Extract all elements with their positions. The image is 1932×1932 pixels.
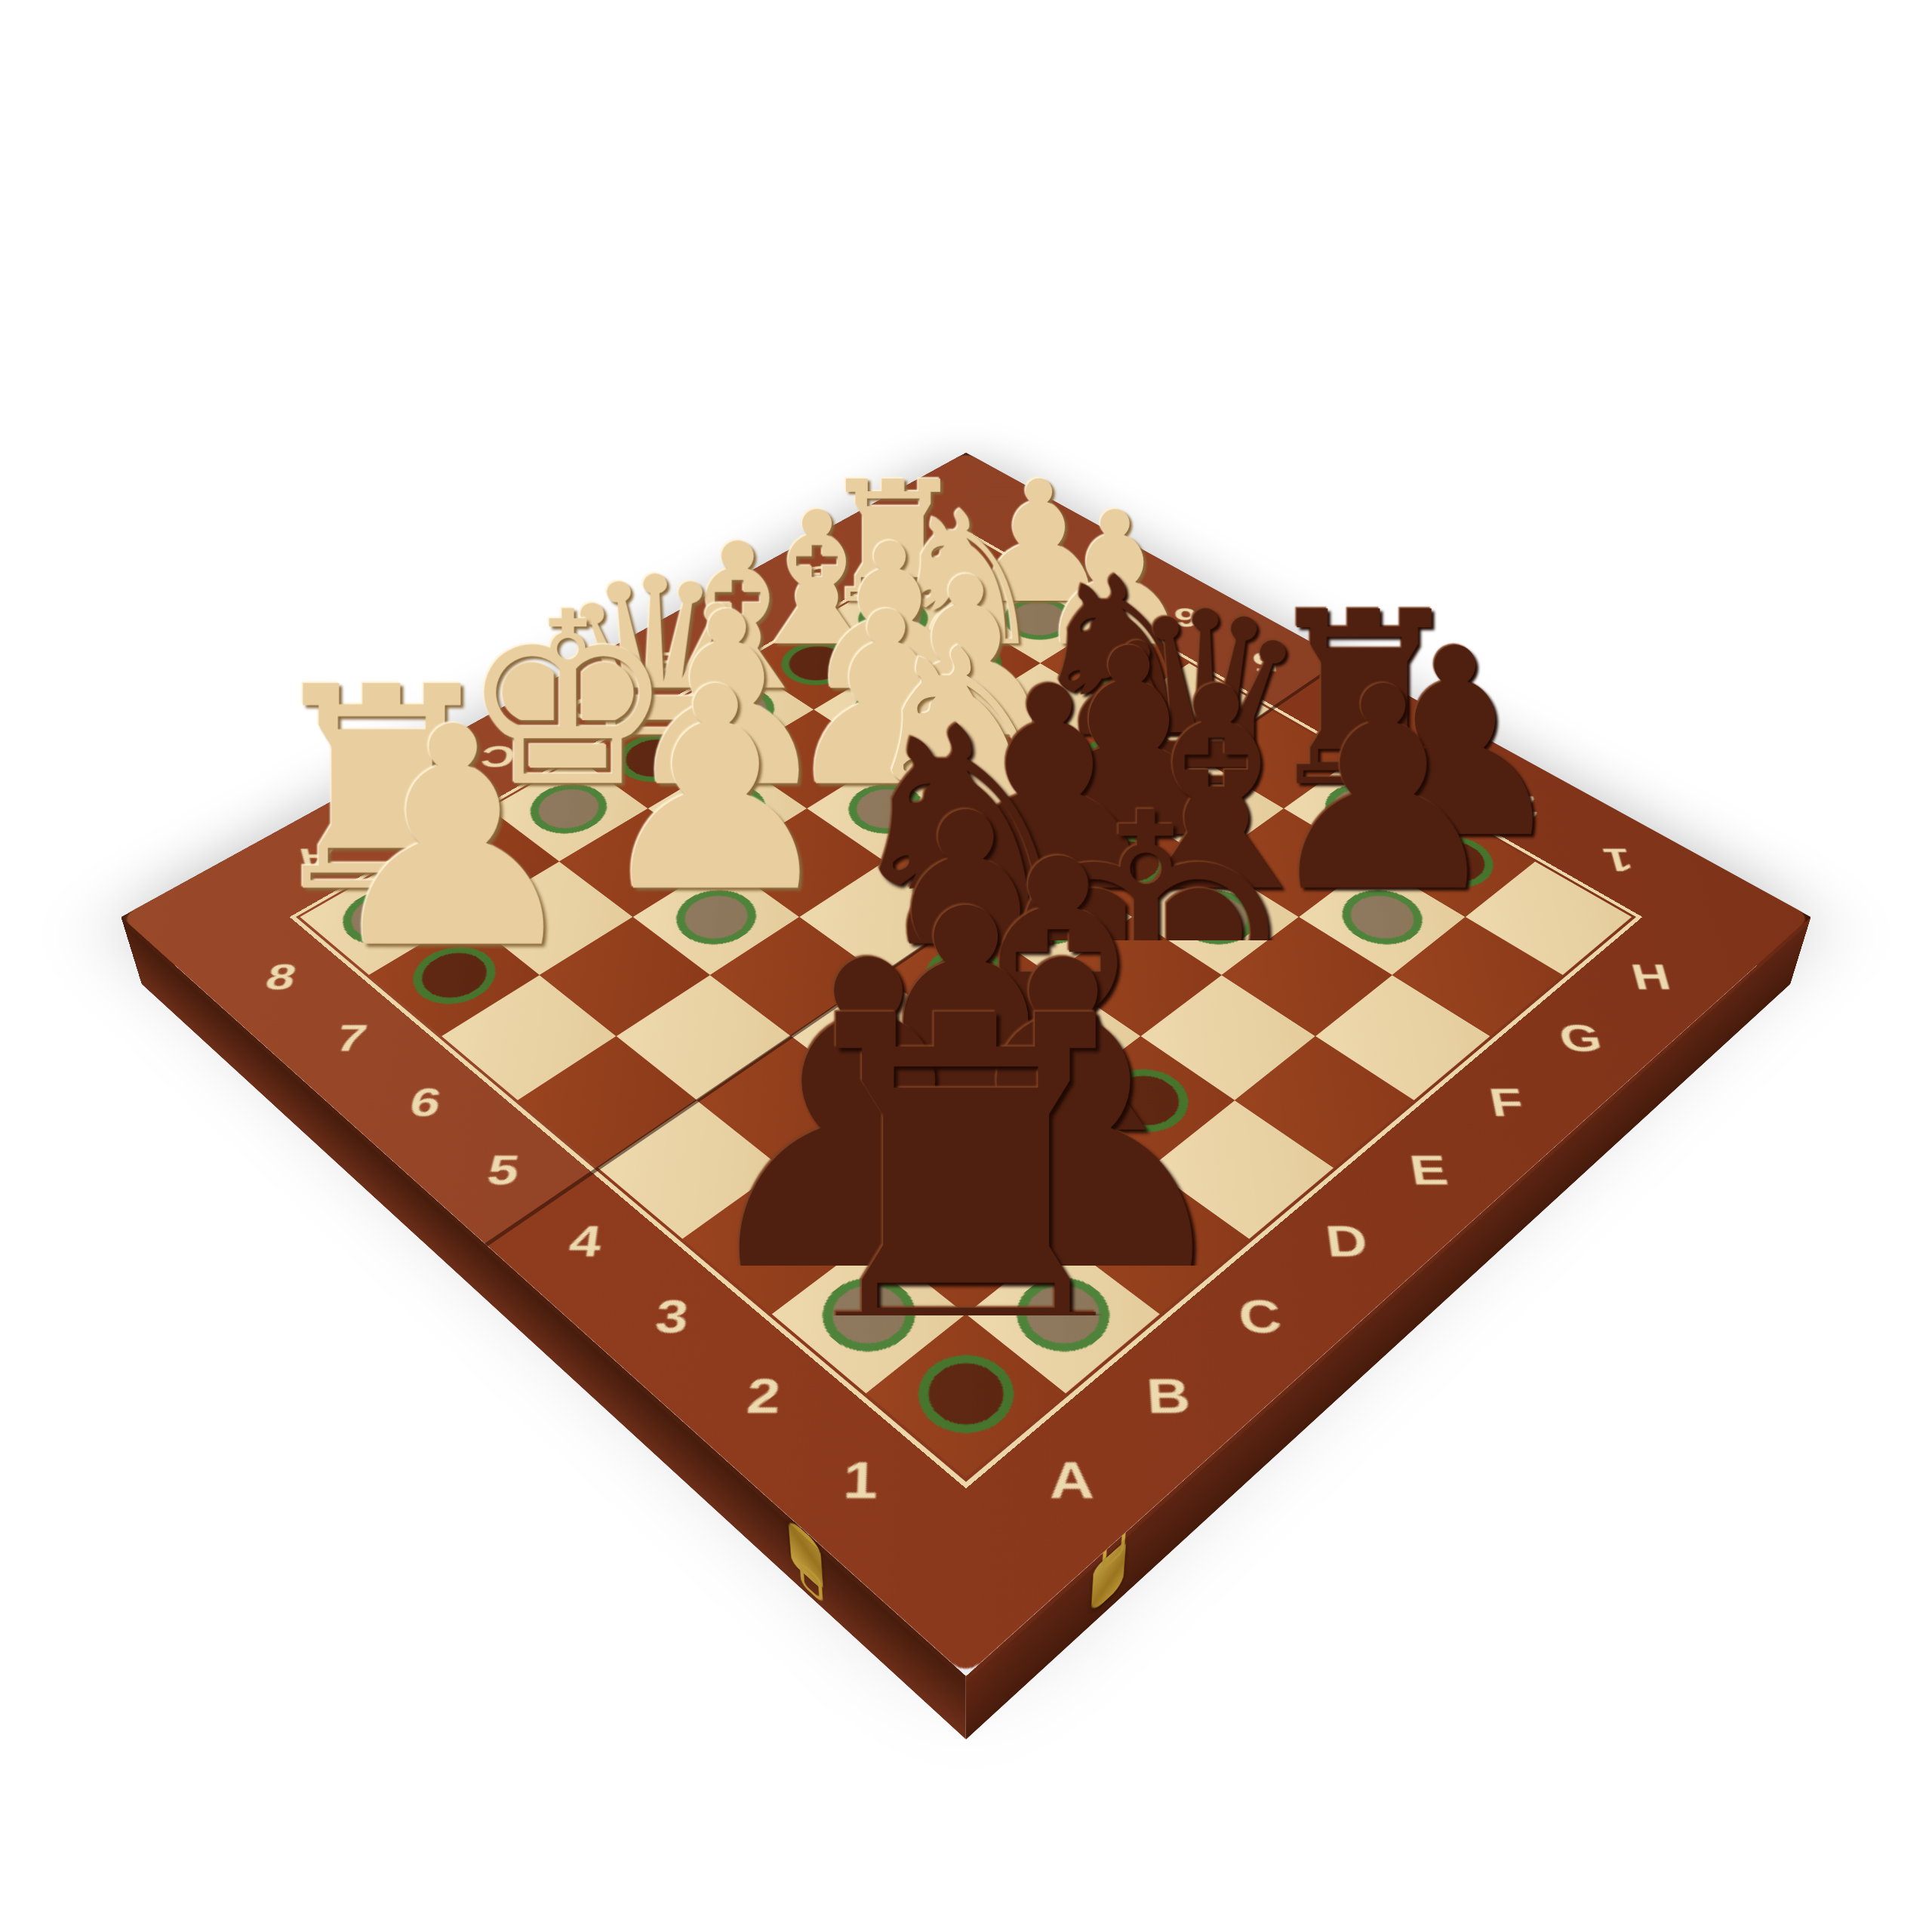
- board-top-surface: ♜♟♝♞♟♝♟♛♟♞♚♟♟♛♜♞♟♟♜♟♟♝♟♟♞♟♚♝♟♟♟♜ ABCDEFG…: [121, 453, 1810, 1676]
- coordinate-label-file-g: G: [1512, 1005, 1651, 1072]
- coordinate-label-file-h: H: [844, 513, 944, 555]
- coordinate-label-rank-4: 4: [527, 1190, 641, 1294]
- coordinate-label-rank-6: 6: [368, 1057, 482, 1150]
- coordinate-label-rank-1: 1: [803, 1420, 916, 1542]
- dark-rook-a1[interactable]: ♜: [759, 981, 1173, 1396]
- coordinate-label-file-h: H: [1583, 946, 1721, 1009]
- coordinate-label-file-f: F: [1437, 1067, 1579, 1137]
- white-pawn-a7[interactable]: ♟: [318, 703, 589, 976]
- coordinate-label-rank-7: 7: [1071, 546, 1151, 605]
- coordinate-label-file-e: E: [1358, 1134, 1501, 1207]
- folding-chess-board: ♜♟♝♞♟♝♟♛♟♞♚♟♟♛♜♞♟♟♜♟♟♝♟♟♞♟♚♝♟♟♟♜ ABCDEFG…: [121, 453, 1810, 1676]
- photo-stage: ♜♟♝♞♟♝♟♛♟♞♚♟♟♛♜♞♟♟♜♟♟♝♟♟♞♟♚♝♟♟♟♜ ABCDEFG…: [0, 0, 1932, 1932]
- coordinate-label-file-g: G: [769, 553, 873, 598]
- playing-grid[interactable]: ♜♟♝♞♟♝♟♛♟♞♚♟♟♛♜♞♟♟♜♟♟♝♟♟♞♟♚♝♟♟♟♜: [300, 535, 1632, 1478]
- coordinate-label-rank-7: 7: [294, 994, 408, 1082]
- coordinate-label-rank-8: 8: [1000, 506, 1076, 563]
- coordinate-label-file-a: A: [998, 1435, 1147, 1527]
- coordinate-label-file-d: D: [1275, 1203, 1420, 1281]
- coordinate-label-rank-5: 5: [445, 1121, 560, 1220]
